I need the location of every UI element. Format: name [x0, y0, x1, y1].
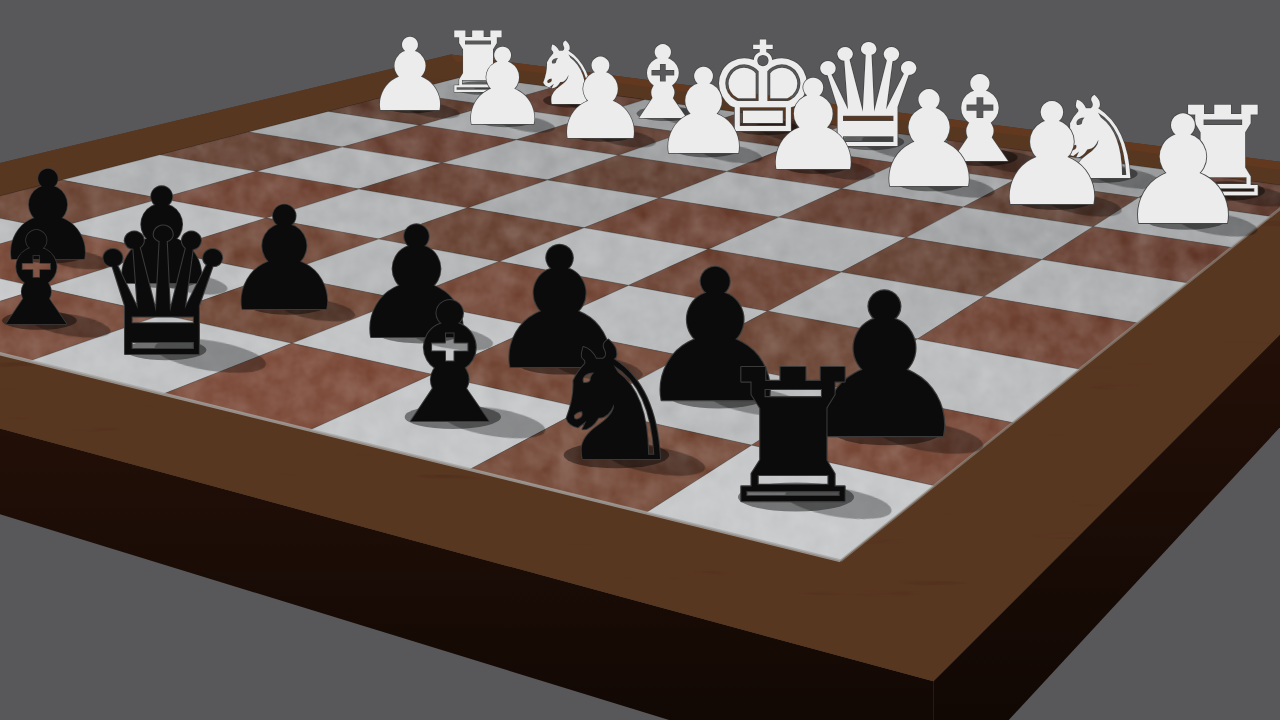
piece-black-queen-e8[interactable]: ♛: [84, 191, 242, 395]
piece-black-bishop-c8[interactable]: ♝: [376, 267, 524, 460]
piece-white-pawn-b2[interactable]: ♟: [989, 73, 1116, 237]
piece-white-pawn-a2[interactable]: ♟: [1116, 84, 1251, 258]
piece-white-pawn-h2[interactable]: ♟: [365, 17, 455, 134]
piece-white-pawn-e2[interactable]: ♟: [651, 43, 757, 181]
piece-white-pawn-c2[interactable]: ♟: [869, 63, 988, 217]
piece-black-bishop-f8[interactable]: ♝: [0, 205, 94, 354]
board-3d: ♜♞♝♚♛♝♞♜♟♟♟♟♟♟♟♟♟♟♟♟♟♟♟♝♛♝♞♜: [0, 0, 1280, 720]
piece-white-pawn-d2[interactable]: ♟: [757, 53, 869, 199]
piece-white-pawn-g2[interactable]: ♟: [455, 26, 550, 149]
chess-scene: 3D rendered wooden chess board. White pi…: [0, 0, 1280, 720]
piece-black-knight-b8[interactable]: ♞: [540, 307, 687, 498]
piece-white-pawn-f2[interactable]: ♟: [550, 34, 650, 164]
piece-black-rook-a8[interactable]: ♜: [711, 330, 876, 544]
